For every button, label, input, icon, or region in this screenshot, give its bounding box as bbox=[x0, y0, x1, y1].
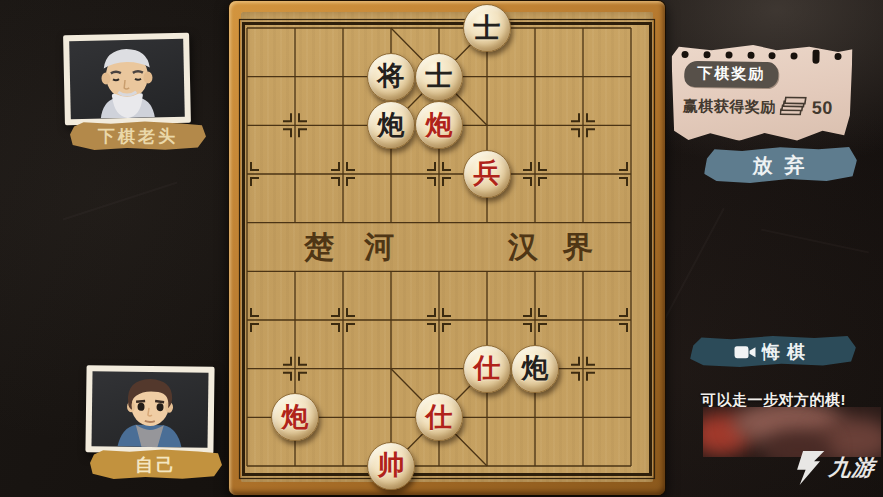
xiangqi-board[interactable]: 楚河 汉界 士将士炮炮兵仕炮炮仕帅 bbox=[229, 1, 665, 495]
game-screen: 楚河 汉界 士将士炮炮兵仕炮炮仕帅 下棋老头 bbox=[0, 0, 883, 497]
banknotes-icon bbox=[780, 96, 808, 118]
jiuyou-watermark: 九游 bbox=[792, 448, 875, 488]
piece-glyph: 帅 bbox=[378, 451, 405, 478]
piece-black-a[interactable]: 士 bbox=[415, 53, 463, 101]
piece-black-c[interactable]: 炮 bbox=[511, 345, 559, 393]
piece-glyph: 兵 bbox=[474, 159, 501, 186]
self-name: 自己 bbox=[135, 453, 177, 477]
piece-black-a[interactable]: 士 bbox=[463, 4, 511, 52]
piece-glyph: 炮 bbox=[282, 403, 309, 430]
reward-line: 赢棋获得奖励 50 bbox=[683, 95, 833, 119]
jiuyou-logo-text: 九游 bbox=[827, 453, 876, 483]
piece-glyph: 将 bbox=[378, 62, 405, 89]
undo-label: 悔棋 bbox=[762, 339, 812, 363]
piece-glyph: 炮 bbox=[378, 111, 405, 138]
self-avatar bbox=[85, 365, 214, 454]
piece-glyph: 炮 bbox=[426, 111, 453, 138]
undo-button[interactable]: 悔棋 bbox=[690, 334, 856, 368]
video-camera-icon bbox=[734, 344, 756, 360]
piece-glyph: 士 bbox=[426, 62, 453, 89]
jiuyou-logo-icon bbox=[792, 448, 826, 488]
opponent-name-banner: 下棋老头 bbox=[70, 121, 206, 151]
opponent-name: 下棋老头 bbox=[98, 125, 178, 148]
piece-black-k[interactable]: 将 bbox=[367, 53, 415, 101]
pieces-layer: 士将士炮炮兵仕炮炮仕帅 bbox=[223, 4, 655, 491]
reward-amount: 50 bbox=[812, 97, 833, 118]
reward-line-text: 赢棋获得奖励 bbox=[683, 96, 776, 116]
reward-panel: 下棋奖励 赢棋获得奖励 50 bbox=[670, 43, 852, 146]
give-up-button[interactable]: 放弃 bbox=[704, 145, 858, 185]
piece-red-C[interactable]: 炮 bbox=[271, 393, 319, 441]
piece-red-A[interactable]: 仕 bbox=[415, 393, 463, 441]
old-man-portrait bbox=[69, 39, 185, 119]
piece-glyph: 仕 bbox=[426, 403, 453, 430]
piece-red-C[interactable]: 炮 bbox=[415, 101, 463, 149]
piece-red-K[interactable]: 帅 bbox=[367, 442, 415, 490]
piece-red-P[interactable]: 兵 bbox=[463, 150, 511, 198]
piece-red-A[interactable]: 仕 bbox=[463, 345, 511, 393]
self-name-banner: 自己 bbox=[90, 449, 222, 480]
piece-glyph: 炮 bbox=[522, 354, 549, 381]
young-man-portrait bbox=[91, 371, 208, 448]
piece-black-c[interactable]: 炮 bbox=[367, 101, 415, 149]
piece-glyph: 士 bbox=[474, 14, 501, 41]
piece-glyph: 仕 bbox=[474, 354, 501, 381]
reward-title-badge: 下棋奖励 bbox=[684, 61, 778, 88]
opponent-avatar bbox=[63, 33, 191, 126]
